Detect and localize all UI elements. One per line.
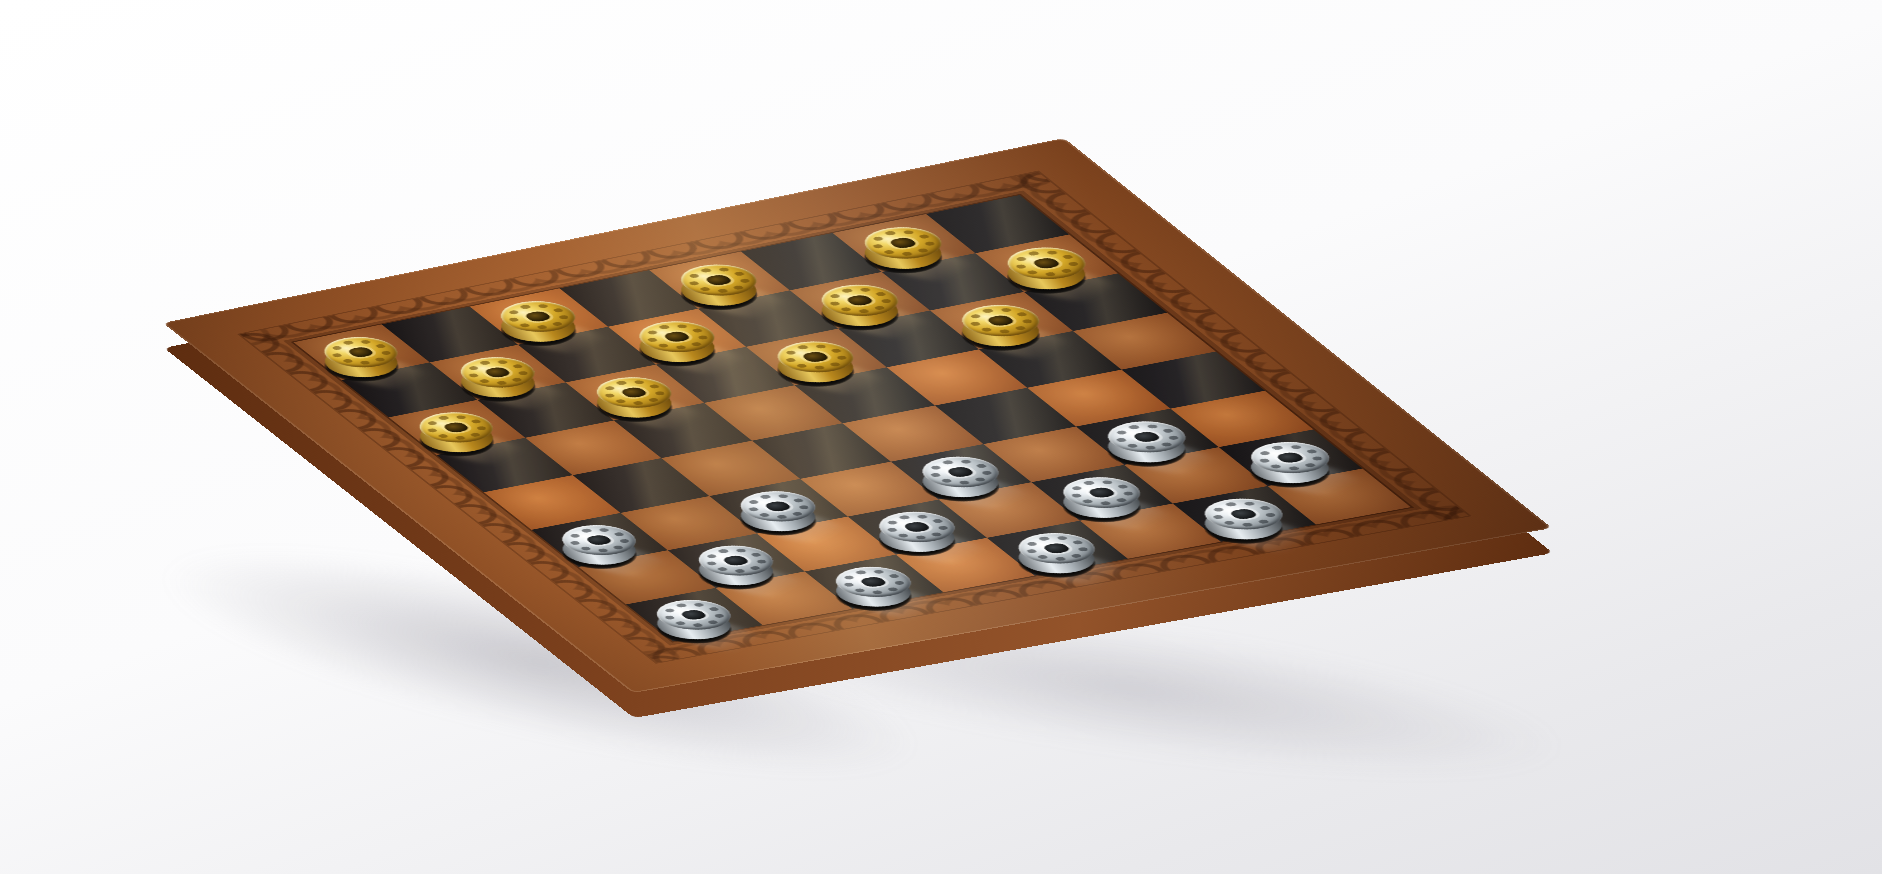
gold-checker[interactable] (447, 352, 547, 392)
silver-checker[interactable] (550, 520, 649, 559)
silver-checker[interactable] (644, 595, 743, 634)
silver-checker[interactable] (1006, 528, 1109, 568)
silver-checker[interactable] (728, 486, 829, 526)
silver-checker[interactable] (910, 452, 1012, 493)
gold-checker[interactable] (949, 300, 1053, 342)
gold-checker[interactable] (852, 222, 956, 264)
product-photo-scene (0, 0, 1882, 874)
gold-checker[interactable] (584, 372, 684, 413)
gold-checker[interactable] (312, 332, 411, 372)
gold-checker[interactable] (626, 316, 727, 357)
gold-checker[interactable] (407, 407, 506, 447)
gold-checker[interactable] (668, 259, 770, 300)
gold-checker[interactable] (765, 336, 867, 377)
silver-checker[interactable] (1192, 494, 1296, 535)
silver-checker[interactable] (823, 562, 924, 602)
gold-checker[interactable] (808, 280, 911, 322)
silver-checker[interactable] (866, 507, 968, 547)
gold-checker[interactable] (488, 296, 588, 337)
silver-checker[interactable] (1095, 416, 1199, 457)
silver-checker[interactable] (1238, 437, 1343, 478)
silver-checker[interactable] (686, 541, 786, 581)
silver-checker[interactable] (1050, 472, 1153, 513)
gold-checker[interactable] (994, 242, 1098, 284)
checkers-board[interactable] (163, 138, 1552, 693)
